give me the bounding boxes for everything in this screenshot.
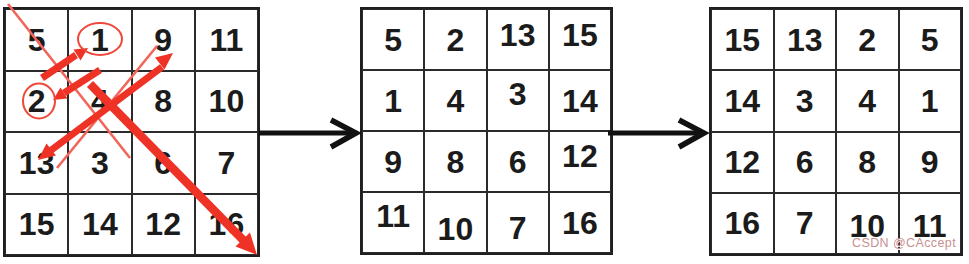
transposed-matrix-cell-r3c2: 7 <box>487 192 549 253</box>
original-matrix-cell-r1c1: 4 <box>68 71 131 133</box>
transposed-matrix-cell-r1c3: 14 <box>549 70 611 131</box>
original-matrix-cell-r3c0: 15 <box>5 194 68 256</box>
rotated-matrix-cell-r0c0: 15 <box>711 9 774 70</box>
rotated-matrix-cell-r0c3: 5 <box>899 9 962 70</box>
transposed-matrix-cell-r0c3: 15 <box>549 9 611 70</box>
rotated-matrix-cell-r2c1: 6 <box>774 132 837 193</box>
original-matrix-cell-r0c1: 1 <box>68 9 131 71</box>
transposed-matrix-cell-r3c1: 10 <box>424 192 486 253</box>
original-matrix-cell-r3c1: 14 <box>68 194 131 256</box>
matrix-original: 51911248101336715141216 <box>3 7 260 257</box>
original-matrix-cell-r0c0: 5 <box>5 9 68 71</box>
original-matrix-cell-r2c0: 13 <box>5 132 68 194</box>
transposed-matrix-cell-r2c3: 12 <box>549 131 611 192</box>
original-matrix-cell-r0c3: 11 <box>195 9 258 71</box>
rotated-matrix-cell-r3c0: 16 <box>711 193 774 254</box>
rotated-matrix-cell-r2c2: 8 <box>836 132 899 193</box>
transposed-matrix-cell-r3c0: 11 <box>362 192 424 253</box>
watermark: CSDN @CAccept <box>852 236 967 250</box>
transposed-matrix-cell-r3c3: 16 <box>549 192 611 253</box>
rotated-matrix-cell-r0c2: 2 <box>836 9 899 70</box>
transposed-matrix-cell-r0c1: 2 <box>424 9 486 70</box>
transposed-matrix-cell-r2c1: 8 <box>424 131 486 192</box>
step-arrow-1 <box>259 120 356 147</box>
matrix-rotated: 15132514341126891671011 <box>709 7 963 256</box>
step-arrow-2 <box>608 120 704 147</box>
original-matrix-cell-r2c1: 3 <box>68 132 131 194</box>
original-matrix-cell-r1c3: 10 <box>195 71 258 133</box>
diagram-canvas: 51911248101336715141216 5213151431498612… <box>0 0 969 264</box>
transposed-matrix-cell-r0c0: 5 <box>362 9 424 70</box>
transposed-matrix-cell-r2c2: 6 <box>487 131 549 192</box>
rotated-matrix-cell-r3c1: 7 <box>774 193 837 254</box>
transposed-matrix-cell-r0c2: 13 <box>487 9 549 70</box>
transposed-matrix-cell-r1c1: 4 <box>424 70 486 131</box>
transposed-matrix-cell-r1c0: 1 <box>362 70 424 131</box>
original-matrix-cell-r1c0: 2 <box>5 71 68 133</box>
rotated-matrix-cell-r2c3: 9 <box>899 132 962 193</box>
transposed-matrix-cell-r1c2: 3 <box>487 70 549 131</box>
transposed-matrix-cell-r2c0: 9 <box>362 131 424 192</box>
original-matrix-cell-r2c3: 7 <box>195 132 258 194</box>
rotated-matrix-cell-r1c1: 3 <box>774 70 837 131</box>
rotated-matrix-cell-r1c2: 4 <box>836 70 899 131</box>
original-matrix-cell-r0c2: 9 <box>132 9 195 71</box>
original-matrix-cell-r2c2: 6 <box>132 132 195 194</box>
original-matrix-cell-r1c2: 8 <box>132 71 195 133</box>
original-matrix-cell-r3c2: 12 <box>132 194 195 256</box>
rotated-matrix-cell-r1c3: 1 <box>899 70 962 131</box>
rotated-matrix-cell-r0c1: 13 <box>774 9 837 70</box>
matrix-transposed: 52131514314986121110716 <box>360 7 613 255</box>
original-matrix-cell-r3c3: 16 <box>195 194 258 256</box>
rotated-matrix-cell-r2c0: 12 <box>711 132 774 193</box>
rotated-matrix-cell-r1c0: 14 <box>711 70 774 131</box>
